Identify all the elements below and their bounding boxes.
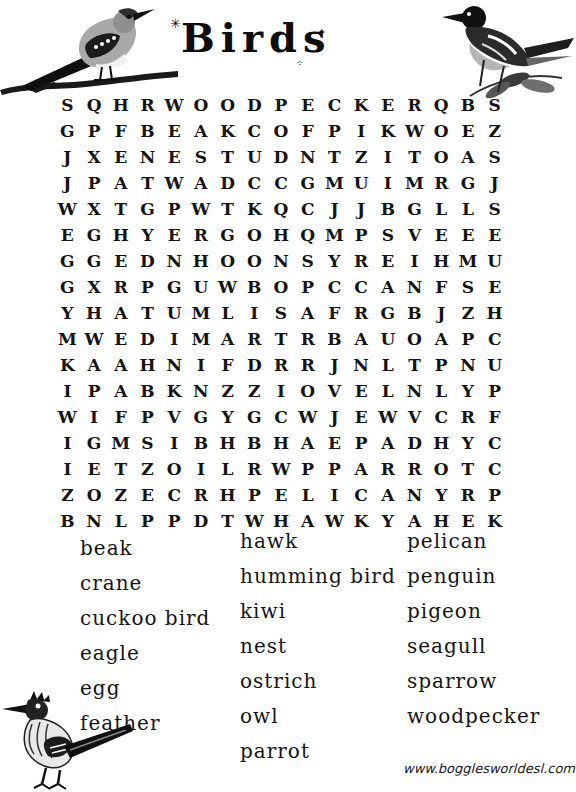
grid-cell-r10c8[interactable]: R	[241, 326, 268, 352]
grid-cell-r10c4[interactable]: D	[134, 326, 161, 352]
grid-cell-r5c7[interactable]: T	[214, 196, 241, 222]
grid-cell-r16c1[interactable]: Z	[54, 482, 81, 508]
grid-cell-r10c16[interactable]: P	[455, 326, 482, 352]
grid-cell-r4c11[interactable]: M	[321, 170, 348, 196]
grid-cell-r11c17[interactable]: U	[481, 352, 508, 378]
grid-cell-r8c9[interactable]: O	[268, 274, 295, 300]
grid-cell-r1c2[interactable]: Q	[81, 92, 108, 118]
grid-cell-r15c3[interactable]: T	[107, 456, 134, 482]
grid-cell-r9c1[interactable]: Y	[54, 300, 81, 326]
grid-cell-r2c12[interactable]: I	[348, 118, 375, 144]
grid-cell-r2c1[interactable]: G	[54, 118, 81, 144]
grid-cell-r17c4[interactable]: P	[134, 508, 161, 534]
grid-cell-r15c9[interactable]: W	[268, 456, 295, 482]
grid-cell-r16c2[interactable]: O	[81, 482, 108, 508]
grid-cell-r14c10[interactable]: A	[294, 430, 321, 456]
grid-cell-r10c13[interactable]: U	[374, 326, 401, 352]
grid-cell-r16c3[interactable]: Z	[107, 482, 134, 508]
grid-cell-r8c4[interactable]: P	[134, 274, 161, 300]
grid-cell-r2c16[interactable]: E	[455, 118, 482, 144]
grid-cell-r12c6[interactable]: N	[188, 378, 215, 404]
grid-cell-r14c12[interactable]: P	[348, 430, 375, 456]
grid-cell-r15c6[interactable]: I	[188, 456, 215, 482]
grid-cell-r3c12[interactable]: Z	[348, 144, 375, 170]
grid-cell-r11c6[interactable]: I	[188, 352, 215, 378]
grid-cell-r2c4[interactable]: B	[134, 118, 161, 144]
grid-cell-r4c17[interactable]: J	[481, 170, 508, 196]
word-list-item-pigeon: pigeon	[407, 601, 540, 622]
grid-cell-r12c11[interactable]: V	[321, 378, 348, 404]
grid-cell-r3c5[interactable]: E	[161, 144, 188, 170]
grid-cell-r10c6[interactable]: M	[188, 326, 215, 352]
grid-cell-r13c3[interactable]: F	[107, 404, 134, 430]
grid-cell-r11c15[interactable]: P	[428, 352, 455, 378]
grid-cell-r5c14[interactable]: G	[401, 196, 428, 222]
grid-cell-r3c9[interactable]: D	[268, 144, 295, 170]
grid-cell-r15c16[interactable]: T	[455, 456, 482, 482]
grid-cell-r1c16[interactable]: B	[455, 92, 482, 118]
grid-cell-r3c8[interactable]: U	[241, 144, 268, 170]
grid-cell-r6c5[interactable]: E	[161, 222, 188, 248]
grid-cell-r9c16[interactable]: Z	[455, 300, 482, 326]
grid-cell-r7c2[interactable]: G	[81, 248, 108, 274]
grid-cell-r6c16[interactable]: E	[455, 222, 482, 248]
grid-cell-r6c7[interactable]: G	[214, 222, 241, 248]
grid-cell-r4c16[interactable]: G	[455, 170, 482, 196]
word-search-grid: SQHRWOODPECKERQBSGPFBEAKCOFPIKWOEZJXENES…	[54, 92, 508, 534]
grid-cell-r12c15[interactable]: L	[428, 378, 455, 404]
grid-cell-r1c11[interactable]: C	[321, 92, 348, 118]
grid-cell-r5c12[interactable]: J	[348, 196, 375, 222]
grid-cell-r2c13[interactable]: K	[374, 118, 401, 144]
grid-cell-r1c9[interactable]: P	[268, 92, 295, 118]
grid-cell-r5c6[interactable]: W	[188, 196, 215, 222]
grid-cell-r6c8[interactable]: O	[241, 222, 268, 248]
grid-cell-r5c13[interactable]: B	[374, 196, 401, 222]
grid-cell-r15c7[interactable]: L	[214, 456, 241, 482]
grid-cell-r16c4[interactable]: E	[134, 482, 161, 508]
grid-cell-r13c16[interactable]: R	[455, 404, 482, 430]
grid-cell-r14c1[interactable]: I	[54, 430, 81, 456]
grid-cell-r15c17[interactable]: C	[481, 456, 508, 482]
grid-cell-r14c4[interactable]: S	[134, 430, 161, 456]
grid-cell-r13c14[interactable]: V	[401, 404, 428, 430]
grid-cell-r3c1[interactable]: J	[54, 144, 81, 170]
grid-cell-r12c2[interactable]: P	[81, 378, 108, 404]
grid-cell-r6c10[interactable]: Q	[294, 222, 321, 248]
grid-cell-r6c11[interactable]: M	[321, 222, 348, 248]
grid-cell-r4c9[interactable]: C	[268, 170, 295, 196]
grid-cell-r2c2[interactable]: P	[81, 118, 108, 144]
grid-cell-r10c12[interactable]: A	[348, 326, 375, 352]
mockingbird-illustration	[0, 0, 180, 95]
grid-cell-r9c14[interactable]: B	[401, 300, 428, 326]
grid-cell-r10c11[interactable]: B	[321, 326, 348, 352]
grid-cell-r11c13[interactable]: L	[374, 352, 401, 378]
grid-cell-r9c17[interactable]: H	[481, 300, 508, 326]
grid-cell-r6c4[interactable]: Y	[134, 222, 161, 248]
grid-cell-r2c7[interactable]: K	[214, 118, 241, 144]
grid-cell-r6c9[interactable]: H	[268, 222, 295, 248]
grid-cell-r14c6[interactable]: B	[188, 430, 215, 456]
grid-cell-r2c6[interactable]: A	[188, 118, 215, 144]
grid-cell-r16c5[interactable]: C	[161, 482, 188, 508]
grid-cell-r8c8[interactable]: B	[241, 274, 268, 300]
grid-cell-r8c17[interactable]: E	[481, 274, 508, 300]
grid-cell-r7c15[interactable]: H	[428, 248, 455, 274]
grid-cell-r5c5[interactable]: P	[161, 196, 188, 222]
grid-cell-r1c10[interactable]: E	[294, 92, 321, 118]
grid-cell-r6c17[interactable]: E	[481, 222, 508, 248]
grid-cell-r2c14[interactable]: W	[401, 118, 428, 144]
grid-cell-r7c13[interactable]: E	[374, 248, 401, 274]
grid-cell-r2c15[interactable]: O	[428, 118, 455, 144]
word-list-column-2: hawkhumming birdkiwinestostrichowlparrot	[240, 531, 396, 762]
grid-cell-r15c5[interactable]: O	[161, 456, 188, 482]
grid-cell-r7c16[interactable]: M	[455, 248, 482, 274]
grid-cell-r4c4[interactable]: T	[134, 170, 161, 196]
grid-cell-r7c17[interactable]: U	[481, 248, 508, 274]
grid-cell-r10c10[interactable]: R	[294, 326, 321, 352]
grid-cell-r12c9[interactable]: I	[268, 378, 295, 404]
grid-cell-r8c10[interactable]: P	[294, 274, 321, 300]
grid-cell-r5c2[interactable]: X	[81, 196, 108, 222]
grid-cell-r5c16[interactable]: L	[455, 196, 482, 222]
word-list-column-1: beakcranecuckoo birdeagleeggfeather	[80, 538, 210, 734]
grid-cell-r3c10[interactable]: N	[294, 144, 321, 170]
grid-cell-r14c7[interactable]: H	[214, 430, 241, 456]
grid-cell-r2c3[interactable]: F	[107, 118, 134, 144]
grid-cell-r16c8[interactable]: P	[241, 482, 268, 508]
grid-cell-r5c15[interactable]: L	[428, 196, 455, 222]
grid-cell-r9c3[interactable]: A	[107, 300, 134, 326]
grid-cell-r11c12[interactable]: N	[348, 352, 375, 378]
grid-cell-r17c7[interactable]: T	[214, 508, 241, 534]
grid-cell-r17c5[interactable]: P	[161, 508, 188, 534]
grid-cell-r4c14[interactable]: M	[401, 170, 428, 196]
grid-cell-r16c13[interactable]: A	[374, 482, 401, 508]
grid-cell-r16c11[interactable]: I	[321, 482, 348, 508]
grid-cell-r15c8[interactable]: R	[241, 456, 268, 482]
grid-cell-r7c12[interactable]: R	[348, 248, 375, 274]
grid-cell-r7c1[interactable]: G	[54, 248, 81, 274]
grid-cell-r4c10[interactable]: G	[294, 170, 321, 196]
grid-cell-r10c5[interactable]: I	[161, 326, 188, 352]
grid-cell-r13c7[interactable]: Y	[214, 404, 241, 430]
grid-cell-r1c6[interactable]: O	[188, 92, 215, 118]
grid-cell-r14c2[interactable]: G	[81, 430, 108, 456]
grid-cell-r10c9[interactable]: T	[268, 326, 295, 352]
grid-cell-r14c11[interactable]: E	[321, 430, 348, 456]
grid-cell-r1c4[interactable]: R	[134, 92, 161, 118]
grid-cell-r10c2[interactable]: W	[81, 326, 108, 352]
grid-cell-r11c5[interactable]: N	[161, 352, 188, 378]
grid-cell-r1c12[interactable]: K	[348, 92, 375, 118]
grid-cell-r17c6[interactable]: D	[188, 508, 215, 534]
grid-cell-r1c14[interactable]: R	[401, 92, 428, 118]
grid-cell-r12c16[interactable]: Y	[455, 378, 482, 404]
grid-cell-r13c2[interactable]: I	[81, 404, 108, 430]
grid-cell-r4c5[interactable]: W	[161, 170, 188, 196]
grid-cell-r12c4[interactable]: B	[134, 378, 161, 404]
grid-cell-r14c8[interactable]: B	[241, 430, 268, 456]
grid-cell-r14c3[interactable]: M	[107, 430, 134, 456]
grid-cell-r5c4[interactable]: G	[134, 196, 161, 222]
grid-cell-r3c4[interactable]: N	[134, 144, 161, 170]
grid-cell-r5c8[interactable]: K	[241, 196, 268, 222]
grid-cell-r15c4[interactable]: Z	[134, 456, 161, 482]
grid-cell-r13c10[interactable]: W	[294, 404, 321, 430]
grid-cell-r5c11[interactable]: J	[321, 196, 348, 222]
grid-cell-r16c6[interactable]: R	[188, 482, 215, 508]
grid-cell-r15c11[interactable]: P	[321, 456, 348, 482]
grid-cell-r13c17[interactable]: F	[481, 404, 508, 430]
grid-cell-r12c7[interactable]: Z	[214, 378, 241, 404]
grid-cell-r2c5[interactable]: E	[161, 118, 188, 144]
grid-cell-r4c6[interactable]: A	[188, 170, 215, 196]
grid-cell-r14c14[interactable]: D	[401, 430, 428, 456]
grid-cell-r3c16[interactable]: A	[455, 144, 482, 170]
grid-cell-r16c10[interactable]: L	[294, 482, 321, 508]
word-list-item-humming-bird: humming bird	[240, 566, 396, 587]
grid-cell-r11c1[interactable]: K	[54, 352, 81, 378]
grid-cell-r9c10[interactable]: A	[294, 300, 321, 326]
grid-cell-r9c8[interactable]: I	[241, 300, 268, 326]
grid-cell-r16c17[interactable]: P	[481, 482, 508, 508]
grid-cell-r4c2[interactable]: P	[81, 170, 108, 196]
grid-cell-r5c1[interactable]: W	[54, 196, 81, 222]
grid-cell-r10c3[interactable]: E	[107, 326, 134, 352]
grid-cell-r15c10[interactable]: P	[294, 456, 321, 482]
grid-cell-r8c16[interactable]: S	[455, 274, 482, 300]
grid-cell-r8c14[interactable]: N	[401, 274, 428, 300]
grid-cell-r14c16[interactable]: Y	[455, 430, 482, 456]
grid-cell-r5c10[interactable]: C	[294, 196, 321, 222]
grid-cell-r11c7[interactable]: F	[214, 352, 241, 378]
grid-cell-r11c2[interactable]: A	[81, 352, 108, 378]
grid-cell-r16c16[interactable]: R	[455, 482, 482, 508]
grid-cell-r16c12[interactable]: C	[348, 482, 375, 508]
grid-cell-r6c6[interactable]: R	[188, 222, 215, 248]
grid-cell-r11c3[interactable]: A	[107, 352, 134, 378]
grid-cell-r13c6[interactable]: G	[188, 404, 215, 430]
grid-cell-r8c5[interactable]: G	[161, 274, 188, 300]
grid-cell-r15c12[interactable]: A	[348, 456, 375, 482]
grid-cell-r11c10[interactable]: R	[294, 352, 321, 378]
grid-cell-r3c7[interactable]: T	[214, 144, 241, 170]
grid-cell-r14c5[interactable]: I	[161, 430, 188, 456]
grid-cell-r1c3[interactable]: H	[107, 92, 134, 118]
grid-cell-r2c11[interactable]: P	[321, 118, 348, 144]
word-list-item-parrot: parrot	[240, 741, 396, 762]
grid-cell-r13c13[interactable]: W	[374, 404, 401, 430]
grid-cell-r1c15[interactable]: Q	[428, 92, 455, 118]
grid-cell-r13c15[interactable]: C	[428, 404, 455, 430]
grid-cell-r3c11[interactable]: T	[321, 144, 348, 170]
grid-cell-r5c3[interactable]: T	[107, 196, 134, 222]
grid-cell-r1c1[interactable]: S	[54, 92, 81, 118]
grid-cell-r3c15[interactable]: O	[428, 144, 455, 170]
word-list-item-woodpecker: woodpecker	[407, 706, 540, 727]
grid-cell-r12c14[interactable]: N	[401, 378, 428, 404]
grid-cell-r9c9[interactable]: S	[268, 300, 295, 326]
grid-cell-r10c17[interactable]: C	[481, 326, 508, 352]
grid-cell-r17c2[interactable]: N	[81, 508, 108, 534]
grid-cell-r8c13[interactable]: A	[374, 274, 401, 300]
grid-cell-r3c2[interactable]: X	[81, 144, 108, 170]
grid-cell-r2c9[interactable]: O	[268, 118, 295, 144]
word-list-item-crane: crane	[80, 573, 210, 594]
grid-cell-r12c13[interactable]: L	[374, 378, 401, 404]
grid-cell-r7c7[interactable]: O	[214, 248, 241, 274]
grid-cell-r4c1[interactable]: J	[54, 170, 81, 196]
grid-cell-r3c13[interactable]: I	[374, 144, 401, 170]
word-list-item-pelican: pelican	[407, 531, 540, 552]
grid-cell-r2c10[interactable]: F	[294, 118, 321, 144]
grid-cell-r13c9[interactable]: C	[268, 404, 295, 430]
grid-cell-r6c2[interactable]: G	[81, 222, 108, 248]
grid-cell-r9c7[interactable]: L	[214, 300, 241, 326]
page-title: Birds	[181, 14, 332, 61]
grid-cell-r9c13[interactable]: G	[374, 300, 401, 326]
grid-cell-r13c12[interactable]: E	[348, 404, 375, 430]
word-list-item-nest: nest	[240, 636, 396, 657]
grid-cell-r4c3[interactable]: A	[107, 170, 134, 196]
grid-cell-r9c4[interactable]: T	[134, 300, 161, 326]
grid-cell-r12c3[interactable]: A	[107, 378, 134, 404]
grid-cell-r8c11[interactable]: C	[321, 274, 348, 300]
grid-cell-r13c4[interactable]: P	[134, 404, 161, 430]
grid-cell-r5c17[interactable]: S	[481, 196, 508, 222]
grid-cell-r7c10[interactable]: S	[294, 248, 321, 274]
grid-cell-r7c3[interactable]: E	[107, 248, 134, 274]
grid-cell-r5c9[interactable]: Q	[268, 196, 295, 222]
grid-cell-r9c2[interactable]: H	[81, 300, 108, 326]
grid-cell-r1c17[interactable]: S	[481, 92, 508, 118]
grid-cell-r13c8[interactable]: G	[241, 404, 268, 430]
grid-cell-r3c14[interactable]: T	[401, 144, 428, 170]
grid-cell-r9c12[interactable]: R	[348, 300, 375, 326]
grid-cell-r11c9[interactable]: R	[268, 352, 295, 378]
grid-cell-r12c17[interactable]: P	[481, 378, 508, 404]
grid-cell-r12c5[interactable]: K	[161, 378, 188, 404]
grid-cell-r1c13[interactable]: E	[374, 92, 401, 118]
grid-cell-r4c12[interactable]: U	[348, 170, 375, 196]
grid-cell-r16c9[interactable]: E	[268, 482, 295, 508]
grid-cell-r3c3[interactable]: E	[107, 144, 134, 170]
grid-cell-r14c13[interactable]: A	[374, 430, 401, 456]
grid-cell-r6c14[interactable]: V	[401, 222, 428, 248]
grid-cell-r1c7[interactable]: O	[214, 92, 241, 118]
grid-cell-r1c8[interactable]: D	[241, 92, 268, 118]
grid-cell-r17c1[interactable]: B	[54, 508, 81, 534]
grid-cell-r12c8[interactable]: Z	[241, 378, 268, 404]
word-list-item-sparrow: sparrow	[407, 671, 540, 692]
grid-cell-r16c14[interactable]: N	[401, 482, 428, 508]
grid-cell-r15c2[interactable]: E	[81, 456, 108, 482]
grid-cell-r10c14[interactable]: O	[401, 326, 428, 352]
grid-cell-r4c8[interactable]: C	[241, 170, 268, 196]
grid-cell-r8c12[interactable]: C	[348, 274, 375, 300]
oriole-illustration	[440, 0, 576, 100]
grid-cell-r3c17[interactable]: S	[481, 144, 508, 170]
grid-cell-r11c14[interactable]: T	[401, 352, 428, 378]
grid-cell-r15c14[interactable]: R	[401, 456, 428, 482]
grid-cell-r8c3[interactable]: R	[107, 274, 134, 300]
grid-cell-r7c5[interactable]: N	[161, 248, 188, 274]
grid-cell-r1c5[interactable]: W	[161, 92, 188, 118]
grid-cell-r7c9[interactable]: N	[268, 248, 295, 274]
grid-cell-r2c8[interactable]: C	[241, 118, 268, 144]
grid-cell-r10c15[interactable]: A	[428, 326, 455, 352]
grid-cell-r9c15[interactable]: J	[428, 300, 455, 326]
grid-cell-r14c9[interactable]: H	[268, 430, 295, 456]
grid-cell-r7c11[interactable]: Y	[321, 248, 348, 274]
grid-cell-r10c1[interactable]: M	[54, 326, 81, 352]
grid-cell-r8c15[interactable]: F	[428, 274, 455, 300]
grid-cell-r11c8[interactable]: D	[241, 352, 268, 378]
word-list-item-eagle: eagle	[80, 643, 210, 664]
grid-cell-r4c13[interactable]: I	[374, 170, 401, 196]
grid-cell-r15c15[interactable]: O	[428, 456, 455, 482]
word-list-item-beak: beak	[80, 538, 210, 559]
grid-cell-r13c5[interactable]: V	[161, 404, 188, 430]
grid-cell-r17c3[interactable]: L	[107, 508, 134, 534]
grid-cell-r6c15[interactable]: E	[428, 222, 455, 248]
grid-cell-r7c6[interactable]: H	[188, 248, 215, 274]
grid-cell-r7c8[interactable]: O	[241, 248, 268, 274]
word-list-item-cuckoo-bird: cuckoo bird	[80, 608, 210, 629]
grid-cell-r14c15[interactable]: H	[428, 430, 455, 456]
grid-cell-r15c13[interactable]: R	[374, 456, 401, 482]
word-list-item-owl: owl	[240, 706, 396, 727]
worksheet-page: { "game": "word-search", "title": "Birds…	[0, 0, 576, 792]
grid-cell-r10c7[interactable]: A	[214, 326, 241, 352]
grid-cell-r2c17[interactable]: Z	[481, 118, 508, 144]
grid-cell-r4c7[interactable]: D	[214, 170, 241, 196]
grid-cell-r14c17[interactable]: C	[481, 430, 508, 456]
grid-cell-r4c15[interactable]: R	[428, 170, 455, 196]
grid-cell-r7c4[interactable]: D	[134, 248, 161, 274]
grid-cell-r9c6[interactable]: M	[188, 300, 215, 326]
grid-cell-r8c2[interactable]: X	[81, 274, 108, 300]
website-link[interactable]: www.bogglesworldesl.com	[403, 761, 575, 776]
grid-cell-r16c15[interactable]: Y	[428, 482, 455, 508]
grid-cell-r11c16[interactable]: N	[455, 352, 482, 378]
grid-cell-r6c3[interactable]: H	[107, 222, 134, 248]
grid-cell-r12c1[interactable]: I	[54, 378, 81, 404]
grid-cell-r9c11[interactable]: F	[321, 300, 348, 326]
grid-cell-r6c1[interactable]: E	[54, 222, 81, 248]
grid-cell-r8c1[interactable]: G	[54, 274, 81, 300]
grid-cell-r15c1[interactable]: I	[54, 456, 81, 482]
grid-cell-r12c10[interactable]: O	[294, 378, 321, 404]
grid-cell-r8c6[interactable]: U	[188, 274, 215, 300]
grid-cell-r8c7[interactable]: W	[214, 274, 241, 300]
grid-cell-r7c14[interactable]: I	[401, 248, 428, 274]
grid-cell-r6c12[interactable]: P	[348, 222, 375, 248]
grid-cell-r11c11[interactable]: J	[321, 352, 348, 378]
grid-cell-r16c7[interactable]: H	[214, 482, 241, 508]
grid-cell-r13c11[interactable]: J	[321, 404, 348, 430]
grid-cell-r9c5[interactable]: U	[161, 300, 188, 326]
grid-cell-r12c12[interactable]: E	[348, 378, 375, 404]
grid-cell-r3c6[interactable]: S	[188, 144, 215, 170]
grid-cell-r13c1[interactable]: W	[54, 404, 81, 430]
grid-cell-r11c4[interactable]: H	[134, 352, 161, 378]
word-list-column-3: pelicanpenguinpigeonseagullsparrowwoodpe…	[407, 531, 540, 727]
grid-cell-r6c13[interactable]: S	[374, 222, 401, 248]
